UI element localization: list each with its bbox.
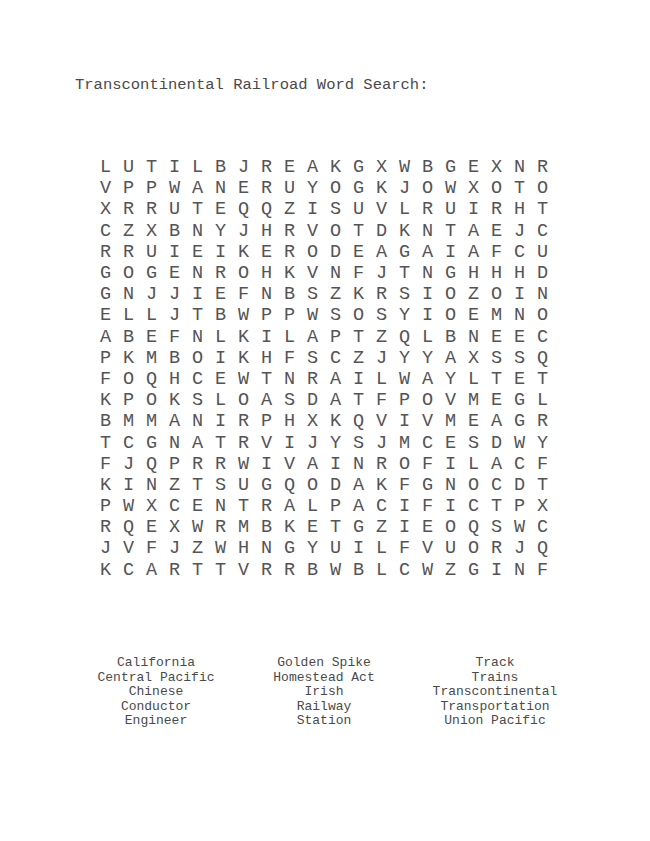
grid-cell-r16c2[interactable]: I [117,475,140,496]
grid-cell-r12c19[interactable]: G [508,390,531,411]
grid-cell-r18c1[interactable]: R [94,517,117,538]
grid-cell-r9c17[interactable]: N [462,327,485,348]
grid-cell-r9c11[interactable]: P [324,327,347,348]
grid-cell-r15c8[interactable]: I [255,454,278,475]
grid-cell-r19c2[interactable]: V [117,538,140,559]
grid-cell-r16c18[interactable]: C [485,475,508,496]
grid-cell-r14c19[interactable]: W [508,432,531,453]
grid-cell-r14c4[interactable]: N [163,432,186,453]
grid-cell-r6c12[interactable]: F [347,263,370,284]
grid-cell-r2c17[interactable]: X [462,178,485,199]
grid-cell-r14c11[interactable]: Y [324,432,347,453]
grid-cell-r16c16[interactable]: N [439,475,462,496]
grid-cell-r16c14[interactable]: F [393,475,416,496]
grid-cell-r10c4[interactable]: B [163,348,186,369]
grid-cell-r19c3[interactable]: F [140,538,163,559]
grid-cell-r14c12[interactable]: S [347,432,370,453]
grid-cell-r16c15[interactable]: G [416,475,439,496]
grid-cell-r17c6[interactable]: N [209,496,232,517]
grid-cell-r13c11[interactable]: K [324,411,347,432]
grid-cell-r10c20[interactable]: Q [531,348,554,369]
grid-cell-r3c11[interactable]: S [324,199,347,220]
grid-cell-r17c20[interactable]: X [531,496,554,517]
grid-cell-r11c3[interactable]: Q [140,369,163,390]
grid-cell-r20c14[interactable]: C [393,560,416,581]
grid-cell-r5c13[interactable]: A [370,242,393,263]
grid-cell-r9c10[interactable]: A [301,327,324,348]
grid-cell-r1c20[interactable]: R [531,157,554,178]
grid-cell-r11c16[interactable]: Y [439,369,462,390]
grid-cell-r10c15[interactable]: Y [416,348,439,369]
grid-cell-r17c7[interactable]: T [232,496,255,517]
grid-cell-r4c14[interactable]: K [393,221,416,242]
grid-cell-r19c16[interactable]: U [439,538,462,559]
grid-cell-r7c19[interactable]: I [508,284,531,305]
grid-cell-r1c19[interactable]: N [508,157,531,178]
grid-cell-r18c17[interactable]: Q [462,517,485,538]
grid-cell-r13c3[interactable]: M [140,411,163,432]
grid-cell-r7c5[interactable]: I [186,284,209,305]
grid-cell-r6c20[interactable]: D [531,263,554,284]
grid-cell-r9c18[interactable]: E [485,327,508,348]
grid-cell-r18c9[interactable]: K [278,517,301,538]
grid-cell-r12c14[interactable]: P [393,390,416,411]
grid-cell-r17c18[interactable]: T [485,496,508,517]
grid-cell-r15c20[interactable]: F [531,454,554,475]
grid-cell-r15c7[interactable]: W [232,454,255,475]
grid-cell-r19c14[interactable]: F [393,538,416,559]
grid-cell-r16c8[interactable]: G [255,475,278,496]
grid-cell-r13c4[interactable]: A [163,411,186,432]
grid-cell-r18c19[interactable]: W [508,517,531,538]
grid-cell-r12c18[interactable]: E [485,390,508,411]
grid-cell-r12c1[interactable]: K [94,390,117,411]
grid-cell-r1c6[interactable]: B [209,157,232,178]
grid-cell-r12c9[interactable]: S [278,390,301,411]
grid-cell-r13c10[interactable]: X [301,411,324,432]
grid-cell-r20c6[interactable]: T [209,560,232,581]
grid-cell-r11c9[interactable]: N [278,369,301,390]
grid-cell-r20c18[interactable]: I [485,560,508,581]
grid-cell-r13c20[interactable]: R [531,411,554,432]
grid-cell-r10c18[interactable]: S [485,348,508,369]
grid-cell-r9c13[interactable]: Z [370,327,393,348]
grid-cell-r20c3[interactable]: A [140,560,163,581]
grid-cell-r19c1[interactable]: J [94,538,117,559]
grid-cell-r2c15[interactable]: O [416,178,439,199]
grid-cell-r13c1[interactable]: B [94,411,117,432]
grid-cell-r14c13[interactable]: J [370,432,393,453]
grid-cell-r10c14[interactable]: Y [393,348,416,369]
grid-cell-r16c13[interactable]: K [370,475,393,496]
grid-cell-r15c9[interactable]: V [278,454,301,475]
grid-cell-r18c13[interactable]: Z [370,517,393,538]
grid-cell-r16c9[interactable]: Q [278,475,301,496]
grid-cell-r16c19[interactable]: D [508,475,531,496]
grid-cell-r12c6[interactable]: L [209,390,232,411]
grid-cell-r3c15[interactable]: R [416,199,439,220]
grid-cell-r13c17[interactable]: E [462,411,485,432]
grid-cell-r19c7[interactable]: H [232,538,255,559]
grid-cell-r18c4[interactable]: X [163,517,186,538]
grid-cell-r16c11[interactable]: D [324,475,347,496]
grid-cell-r15c10[interactable]: A [301,454,324,475]
grid-cell-r9c15[interactable]: L [416,327,439,348]
grid-cell-r20c5[interactable]: T [186,560,209,581]
grid-cell-r20c13[interactable]: L [370,560,393,581]
grid-cell-r15c15[interactable]: F [416,454,439,475]
grid-cell-r14c10[interactable]: J [301,432,324,453]
grid-cell-r12c2[interactable]: P [117,390,140,411]
grid-cell-r7c3[interactable]: J [140,284,163,305]
grid-cell-r9c1[interactable]: A [94,327,117,348]
grid-cell-r14c1[interactable]: T [94,432,117,453]
grid-cell-r14c17[interactable]: S [462,432,485,453]
grid-cell-r19c10[interactable]: Y [301,538,324,559]
grid-cell-r3c4[interactable]: U [163,199,186,220]
grid-cell-r8c9[interactable]: P [278,305,301,326]
grid-cell-r3c1[interactable]: X [94,199,117,220]
grid-cell-r15c6[interactable]: R [209,454,232,475]
grid-cell-r3c7[interactable]: Q [232,199,255,220]
grid-cell-r11c6[interactable]: E [209,369,232,390]
grid-cell-r11c13[interactable]: L [370,369,393,390]
grid-cell-r11c19[interactable]: E [508,369,531,390]
grid-cell-r6c15[interactable]: N [416,263,439,284]
grid-cell-r14c14[interactable]: M [393,432,416,453]
grid-cell-r9c14[interactable]: Q [393,327,416,348]
grid-cell-r10c13[interactable]: J [370,348,393,369]
grid-cell-r3c18[interactable]: R [485,199,508,220]
grid-cell-r11c8[interactable]: T [255,369,278,390]
grid-cell-r3c16[interactable]: U [439,199,462,220]
grid-cell-r6c13[interactable]: J [370,263,393,284]
grid-cell-r5c20[interactable]: U [531,242,554,263]
grid-cell-r7c2[interactable]: N [117,284,140,305]
grid-cell-r6c17[interactable]: H [462,263,485,284]
grid-cell-r6c11[interactable]: N [324,263,347,284]
grid-cell-r2c11[interactable]: O [324,178,347,199]
grid-cell-r13c2[interactable]: M [117,411,140,432]
grid-cell-r19c18[interactable]: R [485,538,508,559]
grid-cell-r4c12[interactable]: T [347,221,370,242]
grid-cell-r4c8[interactable]: H [255,221,278,242]
grid-cell-r17c13[interactable]: C [370,496,393,517]
grid-cell-r17c3[interactable]: X [140,496,163,517]
grid-cell-r19c11[interactable]: U [324,538,347,559]
grid-cell-r6c4[interactable]: E [163,263,186,284]
grid-cell-r11c5[interactable]: C [186,369,209,390]
grid-cell-r9c20[interactable]: C [531,327,554,348]
grid-cell-r19c17[interactable]: O [462,538,485,559]
grid-cell-r19c4[interactable]: J [163,538,186,559]
grid-cell-r12c17[interactable]: M [462,390,485,411]
grid-cell-r16c6[interactable]: S [209,475,232,496]
grid-cell-r5c2[interactable]: R [117,242,140,263]
grid-cell-r20c8[interactable]: R [255,560,278,581]
grid-cell-r4c18[interactable]: E [485,221,508,242]
grid-cell-r9c8[interactable]: I [255,327,278,348]
grid-cell-r16c17[interactable]: O [462,475,485,496]
grid-cell-r13c12[interactable]: Q [347,411,370,432]
grid-cell-r16c7[interactable]: U [232,475,255,496]
grid-cell-r13c15[interactable]: V [416,411,439,432]
grid-cell-r3c12[interactable]: U [347,199,370,220]
grid-cell-r1c5[interactable]: L [186,157,209,178]
grid-cell-r1c7[interactable]: J [232,157,255,178]
grid-cell-r8c20[interactable]: O [531,305,554,326]
grid-cell-r2c13[interactable]: K [370,178,393,199]
grid-cell-r1c2[interactable]: U [117,157,140,178]
grid-cell-r15c4[interactable]: P [163,454,186,475]
grid-cell-r14c15[interactable]: C [416,432,439,453]
grid-cell-r6c14[interactable]: T [393,263,416,284]
grid-cell-r3c2[interactable]: R [117,199,140,220]
grid-cell-r6c5[interactable]: N [186,263,209,284]
grid-cell-r5c14[interactable]: G [393,242,416,263]
grid-cell-r17c16[interactable]: I [439,496,462,517]
grid-cell-r12c4[interactable]: K [163,390,186,411]
grid-cell-r20c1[interactable]: K [94,560,117,581]
grid-cell-r9c2[interactable]: B [117,327,140,348]
grid-cell-r7c17[interactable]: Z [462,284,485,305]
grid-cell-r18c6[interactable]: R [209,517,232,538]
grid-cell-r8c7[interactable]: W [232,305,255,326]
grid-cell-r8c1[interactable]: E [94,305,117,326]
grid-cell-r16c3[interactable]: N [140,475,163,496]
grid-cell-r2c9[interactable]: U [278,178,301,199]
grid-cell-r13c14[interactable]: I [393,411,416,432]
grid-cell-r13c16[interactable]: M [439,411,462,432]
grid-cell-r12c11[interactable]: A [324,390,347,411]
grid-cell-r16c1[interactable]: K [94,475,117,496]
grid-cell-r5c6[interactable]: I [209,242,232,263]
grid-cell-r20c10[interactable]: B [301,560,324,581]
grid-cell-r13c6[interactable]: I [209,411,232,432]
grid-cell-r4c2[interactable]: Z [117,221,140,242]
grid-cell-r19c6[interactable]: W [209,538,232,559]
grid-cell-r6c16[interactable]: G [439,263,462,284]
grid-cell-r10c1[interactable]: P [94,348,117,369]
grid-cell-r2c5[interactable]: A [186,178,209,199]
grid-cell-r10c6[interactable]: I [209,348,232,369]
grid-cell-r10c12[interactable]: Z [347,348,370,369]
grid-cell-r18c16[interactable]: O [439,517,462,538]
grid-cell-r10c17[interactable]: X [462,348,485,369]
grid-cell-r18c2[interactable]: Q [117,517,140,538]
grid-cell-r3c8[interactable]: Q [255,199,278,220]
grid-cell-r18c3[interactable]: E [140,517,163,538]
grid-cell-r12c5[interactable]: S [186,390,209,411]
grid-cell-r8c2[interactable]: L [117,305,140,326]
grid-cell-r8c19[interactable]: N [508,305,531,326]
grid-cell-r6c6[interactable]: R [209,263,232,284]
grid-cell-r10c9[interactable]: F [278,348,301,369]
grid-cell-r6c8[interactable]: H [255,263,278,284]
grid-cell-r15c12[interactable]: N [347,454,370,475]
grid-cell-r11c2[interactable]: O [117,369,140,390]
grid-cell-r20c2[interactable]: C [117,560,140,581]
grid-cell-r10c10[interactable]: S [301,348,324,369]
grid-cell-r15c1[interactable]: F [94,454,117,475]
grid-cell-r20c11[interactable]: W [324,560,347,581]
grid-cell-r2c19[interactable]: T [508,178,531,199]
grid-cell-r13c9[interactable]: H [278,411,301,432]
grid-cell-r12c7[interactable]: O [232,390,255,411]
grid-cell-r19c19[interactable]: J [508,538,531,559]
grid-cell-r14c5[interactable]: A [186,432,209,453]
grid-cell-r19c12[interactable]: I [347,538,370,559]
grid-cell-r3c20[interactable]: T [531,199,554,220]
grid-cell-r7c16[interactable]: O [439,284,462,305]
grid-cell-r7c20[interactable]: N [531,284,554,305]
grid-cell-r9c12[interactable]: T [347,327,370,348]
grid-cell-r2c8[interactable]: R [255,178,278,199]
grid-cell-r8c18[interactable]: M [485,305,508,326]
grid-cell-r6c19[interactable]: H [508,263,531,284]
grid-cell-r4c19[interactable]: J [508,221,531,242]
grid-cell-r7c18[interactable]: O [485,284,508,305]
grid-cell-r17c5[interactable]: E [186,496,209,517]
grid-cell-r11c14[interactable]: W [393,369,416,390]
grid-cell-r15c14[interactable]: O [393,454,416,475]
grid-cell-r7c6[interactable]: E [209,284,232,305]
grid-cell-r6c7[interactable]: O [232,263,255,284]
grid-cell-r9c5[interactable]: N [186,327,209,348]
grid-cell-r8c3[interactable]: L [140,305,163,326]
grid-cell-r2c16[interactable]: W [439,178,462,199]
grid-cell-r7c14[interactable]: S [393,284,416,305]
grid-cell-r2c6[interactable]: N [209,178,232,199]
grid-cell-r5c3[interactable]: U [140,242,163,263]
grid-cell-r12c16[interactable]: V [439,390,462,411]
grid-cell-r14c8[interactable]: V [255,432,278,453]
grid-cell-r4c11[interactable]: O [324,221,347,242]
grid-cell-r2c12[interactable]: G [347,178,370,199]
grid-cell-r17c11[interactable]: P [324,496,347,517]
grid-cell-r10c2[interactable]: K [117,348,140,369]
grid-cell-r4c1[interactable]: C [94,221,117,242]
grid-cell-r4c15[interactable]: N [416,221,439,242]
grid-cell-r20c7[interactable]: V [232,560,255,581]
grid-cell-r10c3[interactable]: M [140,348,163,369]
grid-cell-r7c15[interactable]: I [416,284,439,305]
grid-cell-r11c15[interactable]: A [416,369,439,390]
grid-cell-r1c8[interactable]: R [255,157,278,178]
grid-cell-r20c9[interactable]: R [278,560,301,581]
grid-cell-r5c16[interactable]: I [439,242,462,263]
grid-cell-r17c4[interactable]: C [163,496,186,517]
grid-cell-r17c9[interactable]: A [278,496,301,517]
grid-cell-r14c18[interactable]: D [485,432,508,453]
grid-cell-r12c10[interactable]: D [301,390,324,411]
grid-cell-r20c19[interactable]: N [508,560,531,581]
grid-cell-r10c11[interactable]: C [324,348,347,369]
grid-cell-r9c4[interactable]: F [163,327,186,348]
grid-cell-r4c10[interactable]: V [301,221,324,242]
grid-cell-r2c20[interactable]: O [531,178,554,199]
grid-cell-r19c13[interactable]: L [370,538,393,559]
grid-cell-r8c8[interactable]: P [255,305,278,326]
grid-cell-r20c20[interactable]: F [531,560,554,581]
grid-cell-r16c20[interactable]: T [531,475,554,496]
grid-cell-r5c11[interactable]: D [324,242,347,263]
grid-cell-r5c19[interactable]: C [508,242,531,263]
grid-cell-r1c4[interactable]: I [163,157,186,178]
grid-cell-r4c9[interactable]: R [278,221,301,242]
grid-cell-r7c9[interactable]: B [278,284,301,305]
grid-cell-r14c20[interactable]: Y [531,432,554,453]
grid-cell-r17c10[interactable]: L [301,496,324,517]
grid-cell-r4c6[interactable]: Y [209,221,232,242]
grid-cell-r19c20[interactable]: Q [531,538,554,559]
grid-cell-r9c3[interactable]: E [140,327,163,348]
grid-cell-r10c5[interactable]: O [186,348,209,369]
grid-cell-r7c12[interactable]: K [347,284,370,305]
grid-cell-r12c13[interactable]: F [370,390,393,411]
grid-cell-r10c19[interactable]: S [508,348,531,369]
grid-cell-r13c13[interactable]: V [370,411,393,432]
grid-cell-r1c3[interactable]: T [140,157,163,178]
grid-cell-r18c7[interactable]: M [232,517,255,538]
grid-cell-r3c10[interactable]: I [301,199,324,220]
grid-cell-r20c4[interactable]: R [163,560,186,581]
grid-cell-r15c5[interactable]: R [186,454,209,475]
grid-cell-r6c10[interactable]: V [301,263,324,284]
grid-cell-r4c13[interactable]: D [370,221,393,242]
grid-cell-r15c11[interactable]: I [324,454,347,475]
grid-cell-r7c4[interactable]: J [163,284,186,305]
grid-cell-r19c15[interactable]: V [416,538,439,559]
grid-cell-r19c5[interactable]: Z [186,538,209,559]
grid-cell-r11c7[interactable]: W [232,369,255,390]
grid-cell-r13c8[interactable]: P [255,411,278,432]
grid-cell-r8c6[interactable]: B [209,305,232,326]
grid-cell-r15c16[interactable]: I [439,454,462,475]
grid-cell-r1c13[interactable]: X [370,157,393,178]
grid-cell-r8c14[interactable]: Y [393,305,416,326]
grid-cell-r5c12[interactable]: E [347,242,370,263]
grid-cell-r10c8[interactable]: H [255,348,278,369]
grid-cell-r8c4[interactable]: J [163,305,186,326]
grid-cell-r17c14[interactable]: I [393,496,416,517]
grid-cell-r2c1[interactable]: V [94,178,117,199]
grid-cell-r13c7[interactable]: R [232,411,255,432]
grid-cell-r5c17[interactable]: A [462,242,485,263]
grid-cell-r3c3[interactable]: R [140,199,163,220]
grid-cell-r7c1[interactable]: G [94,284,117,305]
grid-cell-r3c17[interactable]: I [462,199,485,220]
grid-cell-r12c15[interactable]: O [416,390,439,411]
grid-cell-r1c18[interactable]: X [485,157,508,178]
grid-cell-r1c9[interactable]: E [278,157,301,178]
grid-cell-r5c10[interactable]: O [301,242,324,263]
grid-cell-r1c10[interactable]: A [301,157,324,178]
grid-cell-r18c20[interactable]: C [531,517,554,538]
grid-cell-r18c10[interactable]: E [301,517,324,538]
grid-cell-r11c10[interactable]: R [301,369,324,390]
grid-cell-r17c2[interactable]: W [117,496,140,517]
grid-cell-r19c9[interactable]: G [278,538,301,559]
grid-cell-r2c3[interactable]: P [140,178,163,199]
grid-cell-r20c16[interactable]: Z [439,560,462,581]
grid-cell-r15c19[interactable]: C [508,454,531,475]
grid-cell-r8c5[interactable]: T [186,305,209,326]
grid-cell-r17c15[interactable]: F [416,496,439,517]
grid-cell-r1c11[interactable]: K [324,157,347,178]
grid-cell-r5c9[interactable]: R [278,242,301,263]
grid-cell-r7c13[interactable]: R [370,284,393,305]
